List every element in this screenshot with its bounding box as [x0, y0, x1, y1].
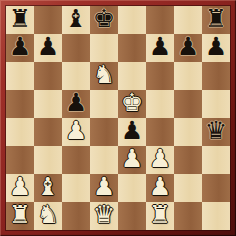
- square-c7[interactable]: [62, 34, 90, 62]
- square-e3[interactable]: ♟: [118, 146, 146, 174]
- square-f4[interactable]: [146, 118, 174, 146]
- square-g6[interactable]: [174, 62, 202, 90]
- square-b2[interactable]: ♝: [34, 174, 62, 202]
- piece-white-pawn: ♟: [65, 117, 87, 145]
- square-d3[interactable]: [90, 146, 118, 174]
- square-f5[interactable]: [146, 90, 174, 118]
- square-h1[interactable]: [202, 202, 230, 230]
- piece-white-bishop: ♝: [37, 173, 59, 201]
- square-b7[interactable]: ♟: [34, 34, 62, 62]
- square-d4[interactable]: [90, 118, 118, 146]
- square-g8[interactable]: [174, 6, 202, 34]
- piece-white-pawn: ♟: [93, 173, 115, 201]
- square-c1[interactable]: [62, 202, 90, 230]
- square-e1[interactable]: [118, 202, 146, 230]
- square-c8[interactable]: ♝: [62, 6, 90, 34]
- square-h8[interactable]: ♜: [202, 6, 230, 34]
- square-b8[interactable]: [34, 6, 62, 34]
- board-frame: ♜♝♚♜♟♟♟♟♟♞♟♚♟♟♛♟♟♟♝♟♟♜♞♛♜: [0, 0, 236, 236]
- square-g3[interactable]: [174, 146, 202, 174]
- square-e6[interactable]: [118, 62, 146, 90]
- square-a5[interactable]: [6, 90, 34, 118]
- square-b3[interactable]: [34, 146, 62, 174]
- square-e2[interactable]: [118, 174, 146, 202]
- square-h6[interactable]: [202, 62, 230, 90]
- square-b1[interactable]: ♞: [34, 202, 62, 230]
- piece-white-rook: ♜: [149, 201, 171, 229]
- piece-white-pawn: ♟: [149, 173, 171, 201]
- piece-white-queen: ♛: [93, 201, 115, 229]
- square-g7[interactable]: ♟: [174, 34, 202, 62]
- square-d7[interactable]: [90, 34, 118, 62]
- square-h5[interactable]: [202, 90, 230, 118]
- square-a8[interactable]: ♜: [6, 6, 34, 34]
- piece-black-pawn: ♟: [65, 89, 87, 117]
- square-b6[interactable]: [34, 62, 62, 90]
- square-e8[interactable]: [118, 6, 146, 34]
- chess-board: ♜♝♚♜♟♟♟♟♟♞♟♚♟♟♛♟♟♟♝♟♟♜♞♛♜: [6, 6, 230, 230]
- piece-black-pawn: ♟: [37, 33, 59, 61]
- square-a1[interactable]: ♜: [6, 202, 34, 230]
- piece-black-rook: ♜: [9, 5, 31, 33]
- square-f2[interactable]: ♟: [146, 174, 174, 202]
- square-c5[interactable]: ♟: [62, 90, 90, 118]
- square-f7[interactable]: ♟: [146, 34, 174, 62]
- square-g4[interactable]: [174, 118, 202, 146]
- piece-white-pawn: ♟: [9, 173, 31, 201]
- piece-black-bishop: ♝: [65, 5, 87, 33]
- square-g1[interactable]: [174, 202, 202, 230]
- piece-black-rook: ♜: [205, 5, 227, 33]
- square-c2[interactable]: [62, 174, 90, 202]
- square-c4[interactable]: ♟: [62, 118, 90, 146]
- square-e7[interactable]: [118, 34, 146, 62]
- square-a4[interactable]: [6, 118, 34, 146]
- square-a2[interactable]: ♟: [6, 174, 34, 202]
- square-c3[interactable]: [62, 146, 90, 174]
- square-d2[interactable]: ♟: [90, 174, 118, 202]
- square-f1[interactable]: ♜: [146, 202, 174, 230]
- square-a6[interactable]: [6, 62, 34, 90]
- square-g2[interactable]: [174, 174, 202, 202]
- piece-black-king: ♚: [93, 5, 115, 33]
- square-h3[interactable]: [202, 146, 230, 174]
- square-d6[interactable]: ♞: [90, 62, 118, 90]
- piece-white-knight: ♞: [37, 201, 59, 229]
- square-a7[interactable]: ♟: [6, 34, 34, 62]
- piece-white-king: ♚: [121, 89, 143, 117]
- piece-black-pawn: ♟: [149, 33, 171, 61]
- square-h2[interactable]: [202, 174, 230, 202]
- square-c6[interactable]: [62, 62, 90, 90]
- piece-black-pawn: ♟: [9, 33, 31, 61]
- square-f8[interactable]: [146, 6, 174, 34]
- piece-black-queen: ♛: [205, 117, 227, 145]
- square-b4[interactable]: [34, 118, 62, 146]
- square-d8[interactable]: ♚: [90, 6, 118, 34]
- square-h4[interactable]: ♛: [202, 118, 230, 146]
- piece-black-pawn: ♟: [121, 117, 143, 145]
- square-d5[interactable]: [90, 90, 118, 118]
- piece-white-rook: ♜: [9, 201, 31, 229]
- square-f3[interactable]: ♟: [146, 146, 174, 174]
- piece-black-pawn: ♟: [205, 33, 227, 61]
- square-f6[interactable]: [146, 62, 174, 90]
- square-g5[interactable]: [174, 90, 202, 118]
- square-e4[interactable]: ♟: [118, 118, 146, 146]
- piece-white-knight: ♞: [93, 61, 115, 89]
- square-b5[interactable]: [34, 90, 62, 118]
- square-h7[interactable]: ♟: [202, 34, 230, 62]
- square-e5[interactable]: ♚: [118, 90, 146, 118]
- square-a3[interactable]: [6, 146, 34, 174]
- piece-black-pawn: ♟: [177, 33, 199, 61]
- piece-white-pawn: ♟: [149, 145, 171, 173]
- square-d1[interactable]: ♛: [90, 202, 118, 230]
- piece-white-pawn: ♟: [121, 145, 143, 173]
